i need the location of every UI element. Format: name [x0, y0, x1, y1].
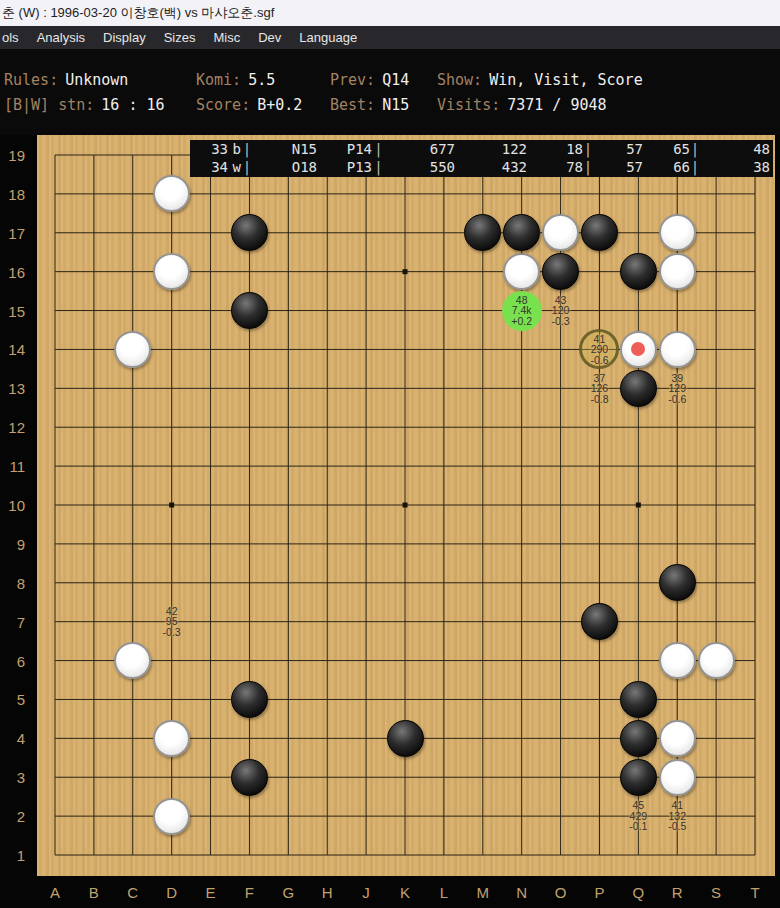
analysis-table-row-2: 34w|O18P13|55043278|5766|38 — [190, 158, 773, 176]
window-titlebar[interactable]: 춘 (W) : 1996-03-20 이창호(백) vs 마샤오춘.sgf — [0, 0, 780, 26]
row-label-9: 9 — [1, 535, 25, 552]
white-stone-S6 — [698, 642, 735, 679]
table-separator: | — [241, 158, 253, 176]
table-cell: P13 — [317, 158, 372, 176]
table-cell: O18 — [253, 158, 317, 176]
white-stone-D4 — [153, 720, 190, 757]
black-stone-F5 — [231, 681, 268, 718]
black-stone-F3 — [231, 759, 268, 796]
table-cell: 38 — [700, 158, 770, 176]
info-label: Komi: — [196, 71, 241, 89]
row-label-6: 6 — [1, 652, 25, 669]
table-cell: 122 — [455, 140, 527, 158]
board-area: 487.4k+0.243120-0.341290-0.637126-0.8391… — [0, 135, 780, 908]
table-cell: w — [228, 158, 241, 176]
column-label-T: T — [750, 884, 759, 901]
black-stone-F15 — [231, 292, 268, 329]
table-separator: | — [583, 158, 593, 176]
menu-item-analysis[interactable]: Analysis — [28, 26, 94, 49]
white-stone-R6 — [659, 642, 696, 679]
column-label-S: S — [711, 884, 721, 901]
column-label-Q: Q — [633, 884, 645, 901]
star-point — [403, 503, 408, 508]
row-label-3: 3 — [1, 769, 25, 786]
black-stone-Q4 — [620, 720, 657, 757]
white-stone-Q14 — [620, 331, 657, 368]
info-label: Prev: — [330, 71, 375, 89]
column-label-B: B — [89, 884, 99, 901]
white-stone-C14 — [114, 331, 151, 368]
candidate-stat: 129 — [668, 383, 686, 394]
table-cell: b — [228, 140, 241, 158]
info-prev: Prev:Q14 — [330, 71, 409, 89]
white-stone-R14 — [659, 331, 696, 368]
table-cell: 57 — [593, 140, 643, 158]
column-label-P: P — [594, 884, 604, 901]
info-label: [B|W] stn: — [4, 96, 94, 114]
last-move-marker-icon — [631, 342, 645, 356]
column-label-J: J — [362, 884, 370, 901]
go-board[interactable]: 487.4k+0.243120-0.341290-0.637126-0.8391… — [37, 135, 775, 876]
analysis-table: 33b|N15P14|67712218|5765|4834w|O18P13|55… — [190, 140, 773, 177]
column-label-G: G — [282, 884, 294, 901]
info-label: Score: — [196, 96, 250, 114]
black-stone-Q13 — [620, 370, 657, 407]
table-separator: | — [241, 140, 253, 158]
table-cell: 57 — [593, 158, 643, 176]
row-label-7: 7 — [1, 613, 25, 630]
info-visits: Visits:7371 / 9048 — [437, 96, 607, 114]
row-label-15: 15 — [1, 302, 25, 319]
candidate-move-D7[interactable]: 4295-0.3 — [152, 602, 192, 642]
white-stone-R17 — [659, 214, 696, 251]
row-label-16: 16 — [1, 263, 25, 280]
black-stone-P17 — [581, 214, 618, 251]
column-label-O: O — [555, 884, 567, 901]
menu-bar: olsAnalysisDisplaySizesMiscDevLanguage — [0, 26, 780, 49]
row-label-10: 10 — [1, 497, 25, 514]
column-label-A: A — [50, 884, 60, 901]
column-label-H: H — [322, 884, 333, 901]
candidate-move-O15[interactable]: 43120-0.3 — [541, 291, 581, 331]
star-point — [636, 503, 641, 508]
info-komi: Komi:5.5 — [196, 71, 275, 89]
table-cell: 34 — [190, 158, 228, 176]
table-cell: 33 — [190, 140, 228, 158]
row-label-5: 5 — [1, 691, 25, 708]
row-label-19: 19 — [1, 147, 25, 164]
row-label-1: 1 — [1, 847, 25, 864]
candidate-stat: -0.5 — [668, 821, 686, 832]
info-value: 16 : 16 — [101, 96, 164, 114]
black-stone-Q3 — [620, 759, 657, 796]
black-stone-K4 — [387, 720, 424, 757]
info-value: Q14 — [382, 71, 409, 89]
info-value: B+0.2 — [257, 96, 302, 114]
table-cell: 18 — [527, 140, 583, 158]
black-stone-O16 — [542, 253, 579, 290]
row-label-8: 8 — [1, 574, 25, 591]
menu-item-ols[interactable]: ols — [0, 26, 28, 49]
table-cell: P14 — [317, 140, 372, 158]
analysis-table-row-1: 33b|N15P14|67712218|5765|48 — [190, 140, 773, 158]
black-stone-P7 — [581, 603, 618, 640]
info-bwstn: [B|W] stn:16 : 16 — [4, 96, 165, 114]
info-label: Visits: — [437, 96, 500, 114]
column-label-N: N — [516, 884, 527, 901]
candidate-move-N15[interactable]: 487.4k+0.2 — [502, 291, 542, 331]
row-label-18: 18 — [1, 185, 25, 202]
menu-item-language[interactable]: Language — [290, 26, 366, 49]
row-label-4: 4 — [1, 730, 25, 747]
info-label: Show: — [437, 71, 482, 89]
white-stone-R4 — [659, 720, 696, 757]
menu-item-sizes[interactable]: Sizes — [155, 26, 205, 49]
white-stone-D2 — [153, 798, 190, 835]
candidate-stat: -0.6 — [590, 355, 608, 366]
row-label-12: 12 — [1, 419, 25, 436]
window-title: 춘 (W) : 1996-03-20 이창호(백) vs 마샤오춘.sgf — [2, 5, 274, 20]
column-label-K: K — [400, 884, 410, 901]
menu-item-dev[interactable]: Dev — [249, 26, 290, 49]
info-label: Rules: — [4, 71, 58, 89]
info-rules: Rules:Unknown — [4, 71, 128, 89]
analysis-info-panel: Rules:UnknownKomi:5.5Prev:Q14Show:Win, V… — [0, 49, 780, 135]
white-stone-R3 — [659, 759, 696, 796]
info-best: Best:N15 — [330, 96, 409, 114]
info-value: Win, Visit, Score — [489, 71, 643, 89]
black-stone-F17 — [231, 214, 268, 251]
table-cell: 677 — [385, 140, 455, 158]
black-stone-Q5 — [620, 681, 657, 718]
candidate-stat: -0.8 — [590, 394, 608, 405]
black-stone-R8 — [659, 564, 696, 601]
white-stone-R16 — [659, 253, 696, 290]
candidate-stat: -0.1 — [629, 821, 647, 832]
table-cell: N15 — [253, 140, 317, 158]
table-separator: | — [690, 140, 700, 158]
candidate-stat: -0.6 — [668, 394, 686, 405]
candidate-stat: 126 — [591, 383, 609, 394]
row-label-11: 11 — [1, 458, 25, 475]
row-label-17: 17 — [1, 224, 25, 241]
table-cell: 66 — [643, 158, 690, 176]
star-point — [403, 269, 408, 274]
info-value: 7371 / 9048 — [507, 96, 606, 114]
table-separator: | — [372, 140, 385, 158]
row-label-14: 14 — [1, 341, 25, 358]
column-coordinates: ABCDEFGHJKLMNOPQRST — [0, 876, 780, 908]
info-value: Unknown — [65, 71, 128, 89]
candidate-stat: -0.3 — [552, 316, 570, 327]
info-score: Score:B+0.2 — [196, 96, 302, 114]
row-label-2: 2 — [1, 808, 25, 825]
menu-item-display[interactable]: Display — [94, 26, 155, 49]
column-label-C: C — [127, 884, 138, 901]
row-coordinates: 19181716151413121110987654321 — [0, 135, 31, 876]
table-separator: | — [372, 158, 385, 176]
table-cell: 48 — [700, 140, 770, 158]
candidate-stat: +0.2 — [511, 316, 532, 327]
star-point — [169, 503, 174, 508]
table-cell: 432 — [455, 158, 527, 176]
table-cell: 78 — [527, 158, 583, 176]
info-label: Best: — [330, 96, 375, 114]
info-value: N15 — [382, 96, 409, 114]
table-separator: | — [690, 158, 700, 176]
column-label-D: D — [166, 884, 177, 901]
menu-item-misc[interactable]: Misc — [204, 26, 249, 49]
info-value: 5.5 — [248, 71, 275, 89]
row-label-13: 13 — [1, 380, 25, 397]
table-separator: | — [583, 140, 593, 158]
black-stone-Q16 — [620, 253, 657, 290]
column-label-L: L — [440, 884, 448, 901]
candidate-stat: -0.3 — [163, 627, 181, 638]
info-show: Show:Win, Visit, Score — [437, 71, 643, 89]
table-cell: 65 — [643, 140, 690, 158]
column-label-E: E — [206, 884, 216, 901]
column-label-R: R — [672, 884, 683, 901]
column-label-F: F — [245, 884, 254, 901]
column-label-M: M — [477, 884, 490, 901]
table-cell: 550 — [385, 158, 455, 176]
